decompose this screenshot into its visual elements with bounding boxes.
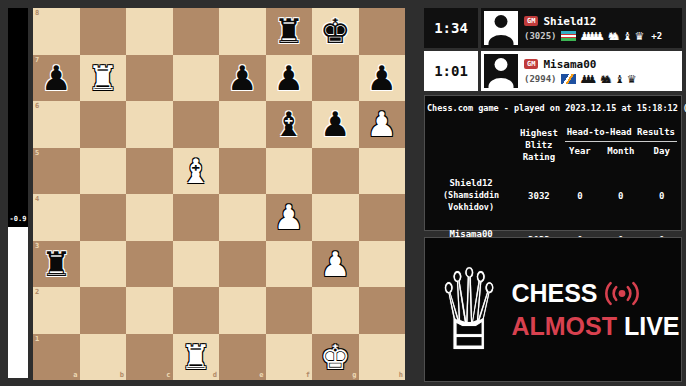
evaluation-bar: -0.9 [8, 8, 28, 378]
file-label-g: g [352, 371, 356, 379]
square-c2[interactable] [126, 287, 173, 334]
rank-label-2: 2 [35, 288, 39, 296]
square-g7[interactable] [312, 55, 359, 102]
rating-column-header: Highest Blitz Rating [517, 127, 561, 163]
square-a1[interactable]: 1a [33, 334, 80, 381]
square-d1[interactable]: d♜ [173, 334, 220, 381]
square-a8[interactable]: 8 [33, 8, 80, 55]
square-c5[interactable] [126, 148, 173, 195]
h2h-year-value: 0 [561, 191, 599, 201]
piece-black-bishop[interactable]: ♝ [274, 107, 304, 141]
file-label-d: d [213, 371, 217, 379]
square-g2[interactable] [312, 287, 359, 334]
square-e5[interactable] [219, 148, 266, 195]
square-b3[interactable] [80, 241, 127, 288]
piece-white-king[interactable]: ♚ [320, 340, 350, 374]
head-to-head-table: Highest Blitz Rating Head-to-Head Result… [425, 117, 681, 252]
file-label-h: h [399, 371, 403, 379]
square-b6[interactable] [80, 101, 127, 148]
game-info-panel: Chess.com game - played on 2023.12.15 at… [424, 95, 682, 231]
captured-pawns: ♟♟♟♟♟ [580, 31, 605, 42]
square-b7[interactable]: ♜ [80, 55, 127, 102]
white-captured-pieces: ♟♟♟♞♞♝♛ [580, 74, 639, 85]
black-captured-pieces: ♟♟♟♟♟♞♞♝♛ [580, 31, 647, 42]
table-row-player-name: Shield12 (Shamsiddin Vokhidov) [425, 177, 517, 213]
square-e6[interactable] [219, 101, 266, 148]
logo-word-chess: CHESS [511, 279, 597, 308]
square-h2[interactable] [359, 287, 406, 334]
square-f1[interactable]: f [266, 334, 313, 381]
piece-black-pawn[interactable]: ♟ [367, 61, 397, 95]
square-c1[interactable]: c [126, 334, 173, 381]
piece-black-king[interactable]: ♚ [320, 14, 350, 48]
file-label-f: f [306, 371, 310, 379]
black-player-card: GM Shield12 (3025) ♟♟♟♟♟♞♞♝♛ +2 [481, 8, 682, 48]
piece-black-pawn[interactable]: ♟ [227, 61, 257, 95]
square-c4[interactable] [126, 194, 173, 241]
h2h-month-value: 0 [599, 191, 643, 201]
square-f2[interactable] [266, 287, 313, 334]
square-c3[interactable] [126, 241, 173, 288]
square-g5[interactable] [312, 148, 359, 195]
logo-word-live: LIVE [624, 312, 680, 340]
captured-knights: ♞♞ [599, 74, 613, 85]
logo-word-almost: ALMOST [511, 312, 617, 340]
square-a4[interactable]: 4 [33, 194, 80, 241]
broadcast-frame: -0.9 8♜♚7♟♜♟♟♟6♝♟♟5♝4♟3♜♟21abcd♜efg♚h 1:… [0, 0, 686, 386]
square-b1[interactable]: b [80, 334, 127, 381]
square-h7[interactable]: ♟ [359, 55, 406, 102]
square-a6[interactable]: 6 [33, 101, 80, 148]
square-h5[interactable] [359, 148, 406, 195]
piece-white-bishop[interactable]: ♝ [181, 154, 211, 188]
square-a3[interactable]: 3♜ [33, 241, 80, 288]
square-h6[interactable]: ♟ [359, 101, 406, 148]
square-f8[interactable]: ♜ [266, 8, 313, 55]
square-c8[interactable] [126, 8, 173, 55]
white-player-name[interactable]: Misama00 [543, 58, 596, 71]
piece-white-pawn[interactable]: ♟ [320, 247, 350, 281]
white-player-rating: (2994) [524, 74, 557, 84]
captured-bishop: ♝ [623, 31, 633, 42]
game-info-title: Chess.com game - played on 2023.12.15 at… [425, 96, 681, 117]
avatar-head [495, 15, 508, 28]
square-e8[interactable] [219, 8, 266, 55]
square-c7[interactable] [126, 55, 173, 102]
column-month: Month [599, 146, 642, 156]
avatar-head [495, 58, 508, 71]
evaluation-bar-black: -0.9 [8, 8, 28, 227]
rank-label-1: 1 [35, 335, 39, 343]
captured-bishop: ♝ [615, 74, 625, 85]
gm-title-badge: GM [524, 59, 538, 69]
square-d4[interactable] [173, 194, 220, 241]
square-e7[interactable]: ♟ [219, 55, 266, 102]
piece-white-rook[interactable]: ♜ [181, 340, 211, 374]
black-player-avatar[interactable] [484, 11, 518, 45]
material-advantage: +2 [651, 31, 662, 41]
square-d7[interactable] [173, 55, 220, 102]
square-f4[interactable]: ♟ [266, 194, 313, 241]
square-f7[interactable]: ♟ [266, 55, 313, 102]
square-g3[interactable]: ♟ [312, 241, 359, 288]
piece-black-rook[interactable]: ♜ [274, 14, 304, 48]
piece-black-pawn[interactable]: ♟ [274, 61, 304, 95]
rank-label-7: 7 [35, 56, 39, 64]
rank-label-5: 5 [35, 149, 39, 157]
square-d2[interactable] [173, 287, 220, 334]
square-e2[interactable] [219, 287, 266, 334]
black-player-rating: (3025) [524, 31, 557, 41]
square-d3[interactable] [173, 241, 220, 288]
square-f5[interactable] [266, 148, 313, 195]
file-label-c: c [166, 371, 170, 379]
white-player-clock: 1:01 [424, 51, 478, 91]
piece-white-rook[interactable]: ♜ [88, 61, 118, 95]
highest-blitz-rating: 3032 [517, 191, 561, 201]
black-player-name[interactable]: Shield12 [543, 15, 596, 28]
h2h-day-value: 0 [643, 191, 681, 201]
avatar-torso [489, 35, 514, 45]
avatar-torso [489, 78, 514, 88]
square-g4[interactable] [312, 194, 359, 241]
square-f6[interactable]: ♝ [266, 101, 313, 148]
white-player-card: GM Misama00 (2994) ♟♟♟♞♞♝♛ [481, 51, 682, 91]
evaluation-score: -0.9 [8, 215, 28, 223]
square-e3[interactable] [219, 241, 266, 288]
piece-white-pawn[interactable]: ♟ [367, 107, 397, 141]
rank-label-6: 6 [35, 102, 39, 110]
file-label-a: a [73, 371, 77, 379]
column-day: Day [642, 146, 680, 156]
captured-queen: ♛ [627, 74, 637, 85]
square-d8[interactable] [173, 8, 220, 55]
square-a7[interactable]: 7♟ [33, 55, 80, 102]
piece-black-pawn[interactable]: ♟ [41, 61, 71, 95]
white-player-avatar[interactable] [484, 54, 518, 88]
piece-black-rook[interactable]: ♜ [41, 247, 71, 281]
rank-label-3: 3 [35, 242, 39, 250]
square-h4[interactable] [359, 194, 406, 241]
piece-black-pawn[interactable]: ♟ [320, 107, 350, 141]
captured-queen: ♛ [634, 31, 644, 42]
file-label-b: b [120, 371, 124, 379]
square-a5[interactable]: 5 [33, 148, 80, 195]
broadcast-icon [604, 281, 640, 306]
square-h3[interactable] [359, 241, 406, 288]
file-label-e: e [259, 371, 263, 379]
square-b2[interactable] [80, 287, 127, 334]
chess-board[interactable]: 8♜♚7♟♜♟♟♟6♝♟♟5♝4♟3♜♟21abcd♜efg♚h [33, 8, 405, 380]
square-c6[interactable] [126, 101, 173, 148]
square-g6[interactable]: ♟ [312, 101, 359, 148]
black-player-clock: 1:34 [424, 8, 478, 48]
queen-sketch-icon: ♕ [437, 254, 501, 366]
captured-pawns: ♟♟♟ [580, 74, 598, 85]
square-d6[interactable] [173, 101, 220, 148]
square-e4[interactable] [219, 194, 266, 241]
rank-label-4: 4 [35, 195, 39, 203]
square-b5[interactable] [80, 148, 127, 195]
marshall-islands-flag [561, 74, 576, 84]
square-h8[interactable] [359, 8, 406, 55]
square-a2[interactable]: 2 [33, 287, 80, 334]
square-f3[interactable] [266, 241, 313, 288]
chess-almost-live-logo: ♕ CHESS ALMOSTLIVE [424, 237, 682, 382]
captured-knights: ♞♞ [607, 31, 621, 42]
square-d5[interactable]: ♝ [173, 148, 220, 195]
uzbekistan-flag [561, 31, 576, 41]
square-b8[interactable] [80, 8, 127, 55]
column-year: Year [561, 146, 599, 156]
rank-label-8: 8 [35, 9, 39, 17]
gm-title-badge: GM [524, 16, 538, 26]
square-b4[interactable] [80, 194, 127, 241]
h2h-results-header: Head-to-Head Results [565, 127, 677, 142]
square-e1[interactable]: e [219, 334, 266, 381]
square-g8[interactable]: ♚ [312, 8, 359, 55]
piece-white-pawn[interactable]: ♟ [274, 200, 304, 234]
square-h1[interactable]: h [359, 334, 406, 381]
square-g1[interactable]: g♚ [312, 334, 359, 381]
